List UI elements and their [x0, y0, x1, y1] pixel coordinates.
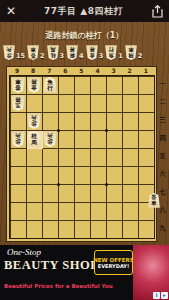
close-icon[interactable]: ✕ [0, 0, 22, 22]
rank-label: 五 [157, 147, 168, 165]
hoshi-dot [57, 183, 60, 186]
hand-piece-count: 3 [60, 53, 65, 60]
file-label: 6 [57, 67, 73, 75]
file-label: 5 [73, 67, 89, 75]
board-background: 退路封鎖の桂打（1） 歩兵15香車2桂馬3銀将4金将3角行1飛車2 987654… [0, 22, 169, 245]
shogi-piece-gote: 香車 [11, 77, 25, 93]
gote-hand-piece: 金将3 [86, 45, 104, 60]
gote-hand-piece: 桂馬3 [47, 45, 65, 60]
shogi-piece-gote: 銀将 [66, 45, 78, 60]
share-icon[interactable] [145, 5, 169, 18]
shogi-piece-gote: 歩兵 [3, 45, 15, 60]
shogi-piece-gote: 金将 [86, 45, 98, 60]
shogi-piece-gote: 玉将 [11, 95, 25, 111]
shogi-board: 987654321 香車金将角行玉将歩兵歩兵桂馬歩兵 [7, 67, 156, 241]
hand-piece-count: 2 [138, 53, 143, 60]
shogi-piece-gote: 飛車 [125, 45, 137, 60]
sente-hand-tray: 香車 [148, 193, 162, 208]
hand-piece-count: 4 [79, 53, 84, 60]
ad-banner[interactable]: One-Stop BEAUTY SHOP Beautiful Prices fo… [0, 245, 169, 300]
shogi-piece-gote: 金将 [27, 77, 41, 93]
shogi-piece-sente: 角行 [43, 77, 57, 93]
shogi-piece-sente: 香車 [148, 193, 160, 208]
rank-label: 三 [157, 111, 168, 129]
file-label: 1 [138, 67, 154, 75]
file-label: 8 [25, 67, 41, 75]
gote-hand-piece: 香車2 [27, 45, 45, 60]
shogi-piece-gote: 歩兵 [43, 131, 57, 147]
app-screen: ✕ 77手目 ▲8四桂打 退路封鎖の桂打（1） 歩兵15香車2桂馬3銀将4金将3… [0, 0, 169, 300]
hand-piece-count: 1 [118, 53, 123, 60]
rank-label: 九 [157, 219, 168, 237]
shogi-piece-gote: 歩兵 [11, 131, 25, 147]
gote-hand-piece: 歩兵15 [3, 45, 25, 60]
hand-piece-count: 3 [99, 53, 104, 60]
ad-brand-script: One-Stop [7, 247, 41, 257]
shogi-piece-gote: 歩兵 [27, 113, 41, 129]
hoshi-dot [105, 183, 108, 186]
sente-hand-piece: 香車 [148, 193, 160, 208]
hoshi-dot [105, 129, 108, 132]
shogi-piece-sente: 桂馬 [27, 131, 41, 147]
hand-piece-count: 2 [40, 53, 45, 60]
shogi-piece-gote: 桂馬 [47, 45, 59, 60]
rank-label: 一 [157, 75, 168, 93]
file-label: 2 [122, 67, 138, 75]
board-grid: 香車金将角行玉将歩兵歩兵桂馬歩兵 [9, 75, 155, 239]
problem-title: 退路封鎖の桂打（1） [0, 30, 169, 41]
ad-info-icon[interactable]: i [153, 292, 160, 299]
rank-label: 四 [157, 129, 168, 147]
gote-hand-piece: 角行1 [105, 45, 123, 60]
rank-label: 六 [157, 165, 168, 183]
gote-hand-piece: 銀将4 [66, 45, 84, 60]
file-label: 4 [89, 67, 105, 75]
rank-labels: 一二三四五六七八九 [157, 75, 168, 237]
file-labels: 987654321 [9, 67, 154, 75]
file-label: 3 [106, 67, 122, 75]
adchoices-icon[interactable]: ▸ [161, 292, 168, 299]
ad-badge-line2: EVERYDAY! [98, 263, 129, 269]
move-indicator: 77手目 ▲8四桂打 [22, 5, 145, 18]
shogi-piece-gote: 角行 [105, 45, 117, 60]
file-label: 9 [9, 67, 25, 75]
shogi-piece-gote: 香車 [27, 45, 39, 60]
file-label: 7 [41, 67, 57, 75]
top-bar: ✕ 77手目 ▲8四桂打 [0, 0, 169, 22]
hand-piece-count: 15 [16, 53, 25, 60]
ad-brand-title: BEAUTY SHOP [4, 258, 98, 273]
ad-offer-badge: NEW OFFERS EVERYDAY! [94, 250, 133, 275]
gote-hand-piece: 飛車2 [125, 45, 143, 60]
rank-label: 二 [157, 93, 168, 111]
gote-hand-tray: 歩兵15香車2桂馬3銀将4金将3角行1飛車2 [3, 45, 144, 60]
ad-tagline: Beautiful Prices for a Beautiful You [4, 283, 113, 289]
hoshi-dot [57, 129, 60, 132]
